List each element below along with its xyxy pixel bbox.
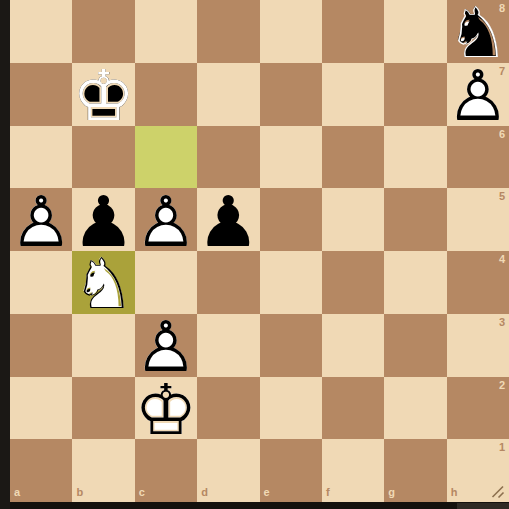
square-f8[interactable] bbox=[322, 0, 384, 63]
rank-label: 6 bbox=[499, 129, 505, 140]
square-c7[interactable] bbox=[135, 63, 197, 126]
square-c5[interactable]: ♟♙ bbox=[135, 188, 197, 251]
file-label: g bbox=[388, 487, 395, 498]
white-pawn-outline: ♙ bbox=[135, 187, 198, 257]
chess-board: 8♞♘♚♔7♟♙6♟♙♟♟♙♟5♞♘4♟♙3♚♔2abcdefg1h bbox=[10, 0, 509, 502]
rank-label: 5 bbox=[499, 191, 505, 202]
square-a8[interactable] bbox=[10, 0, 72, 63]
square-d8[interactable] bbox=[197, 0, 259, 63]
square-g2[interactable] bbox=[384, 377, 446, 440]
piece-white-king[interactable]: ♚♔ bbox=[135, 377, 197, 440]
square-b1[interactable]: b bbox=[72, 439, 134, 502]
square-b5[interactable]: ♟ bbox=[72, 188, 134, 251]
rank-label: 1 bbox=[499, 442, 505, 453]
square-c3[interactable]: ♟♙ bbox=[135, 314, 197, 377]
square-e4[interactable] bbox=[260, 251, 322, 314]
square-f6[interactable] bbox=[322, 126, 384, 189]
square-e6[interactable] bbox=[260, 126, 322, 189]
square-a2[interactable] bbox=[10, 377, 72, 440]
square-b7[interactable]: ♚♔ bbox=[72, 63, 134, 126]
square-h7[interactable]: 7♟♙ bbox=[447, 63, 509, 126]
bottom-bar-segment bbox=[457, 503, 509, 509]
bottom-strip bbox=[10, 502, 509, 509]
square-d6[interactable] bbox=[197, 126, 259, 189]
piece-black-pawn[interactable]: ♟ bbox=[72, 188, 134, 251]
rank-label: 4 bbox=[499, 254, 505, 265]
square-a6[interactable] bbox=[10, 126, 72, 189]
square-f2[interactable] bbox=[322, 377, 384, 440]
square-f5[interactable] bbox=[322, 188, 384, 251]
file-label: c bbox=[139, 487, 145, 498]
piece-black-king[interactable]: ♚♔ bbox=[72, 63, 134, 126]
square-b2[interactable] bbox=[72, 377, 134, 440]
square-g4[interactable] bbox=[384, 251, 446, 314]
square-g1[interactable]: g bbox=[384, 439, 446, 502]
square-a1[interactable]: a bbox=[10, 439, 72, 502]
square-h2[interactable]: 2 bbox=[447, 377, 509, 440]
piece-black-knight[interactable]: ♞♘ bbox=[447, 0, 509, 63]
square-g6[interactable] bbox=[384, 126, 446, 189]
black-king-outline: ♔ bbox=[72, 61, 135, 131]
black-pawn-glyph: ♟ bbox=[197, 187, 260, 257]
square-h5[interactable]: 5 bbox=[447, 188, 509, 251]
file-label: e bbox=[264, 487, 270, 498]
square-d1[interactable]: d bbox=[197, 439, 259, 502]
square-c8[interactable] bbox=[135, 0, 197, 63]
piece-white-pawn[interactable]: ♟♙ bbox=[10, 188, 72, 251]
page-background: 8♞♘♚♔7♟♙6♟♙♟♟♙♟5♞♘4♟♙3♚♔2abcdefg1h bbox=[0, 0, 509, 509]
square-h8[interactable]: 8♞♘ bbox=[447, 0, 509, 63]
white-pawn-outline: ♙ bbox=[10, 187, 73, 257]
square-d5[interactable]: ♟ bbox=[197, 188, 259, 251]
square-a5[interactable]: ♟♙ bbox=[10, 188, 72, 251]
file-label: a bbox=[14, 487, 20, 498]
square-f4[interactable] bbox=[322, 251, 384, 314]
square-g8[interactable] bbox=[384, 0, 446, 63]
square-f3[interactable] bbox=[322, 314, 384, 377]
square-c2[interactable]: ♚♔ bbox=[135, 377, 197, 440]
square-h4[interactable]: 4 bbox=[447, 251, 509, 314]
square-e7[interactable] bbox=[260, 63, 322, 126]
rank-label: 3 bbox=[499, 317, 505, 328]
square-e8[interactable] bbox=[260, 0, 322, 63]
file-label: b bbox=[76, 487, 83, 498]
square-f1[interactable]: f bbox=[322, 439, 384, 502]
square-f7[interactable] bbox=[322, 63, 384, 126]
square-b8[interactable] bbox=[72, 0, 134, 63]
resize-handle-icon[interactable] bbox=[490, 484, 505, 499]
white-pawn-outline: ♙ bbox=[446, 61, 509, 131]
square-d3[interactable] bbox=[197, 314, 259, 377]
square-b3[interactable] bbox=[72, 314, 134, 377]
square-c1[interactable]: c bbox=[135, 439, 197, 502]
square-d2[interactable] bbox=[197, 377, 259, 440]
square-e2[interactable] bbox=[260, 377, 322, 440]
square-g5[interactable] bbox=[384, 188, 446, 251]
piece-black-pawn[interactable]: ♟ bbox=[197, 188, 259, 251]
square-c4[interactable] bbox=[135, 251, 197, 314]
square-a7[interactable] bbox=[10, 63, 72, 126]
square-b4[interactable]: ♞♘ bbox=[72, 251, 134, 314]
white-king-outline: ♔ bbox=[135, 375, 198, 445]
file-label: d bbox=[201, 487, 208, 498]
square-d7[interactable] bbox=[197, 63, 259, 126]
white-knight-outline: ♘ bbox=[72, 249, 135, 319]
piece-white-pawn[interactable]: ♟♙ bbox=[135, 314, 197, 377]
square-g3[interactable] bbox=[384, 314, 446, 377]
square-e5[interactable] bbox=[260, 188, 322, 251]
piece-white-pawn[interactable]: ♟♙ bbox=[135, 188, 197, 251]
square-e1[interactable]: e bbox=[260, 439, 322, 502]
square-h3[interactable]: 3 bbox=[447, 314, 509, 377]
file-label: f bbox=[326, 487, 330, 498]
square-g7[interactable] bbox=[384, 63, 446, 126]
square-h6[interactable]: 6 bbox=[447, 126, 509, 189]
square-b6[interactable] bbox=[72, 126, 134, 189]
piece-white-knight[interactable]: ♞♘ bbox=[72, 251, 134, 314]
square-e3[interactable] bbox=[260, 314, 322, 377]
rank-label: 2 bbox=[499, 380, 505, 391]
piece-white-pawn[interactable]: ♟♙ bbox=[447, 63, 509, 126]
square-d4[interactable] bbox=[197, 251, 259, 314]
square-a4[interactable] bbox=[10, 251, 72, 314]
square-a3[interactable] bbox=[10, 314, 72, 377]
file-label: h bbox=[451, 487, 458, 498]
square-c6[interactable] bbox=[135, 126, 197, 189]
